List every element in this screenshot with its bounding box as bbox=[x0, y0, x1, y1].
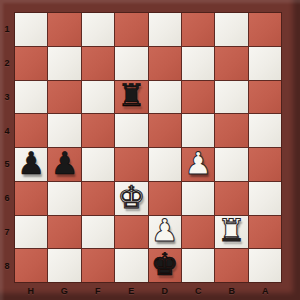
square-c3[interactable] bbox=[182, 81, 214, 114]
rank-label-2: 2 bbox=[0, 46, 14, 80]
square-g4[interactable] bbox=[48, 114, 80, 147]
square-e4[interactable] bbox=[115, 114, 147, 147]
rank-label-1: 1 bbox=[0, 12, 14, 46]
square-f2[interactable] bbox=[82, 47, 114, 80]
square-e2[interactable] bbox=[115, 47, 147, 80]
square-d6[interactable] bbox=[149, 182, 181, 215]
square-h3[interactable] bbox=[15, 81, 47, 114]
square-d7[interactable]: ♟ bbox=[149, 216, 181, 249]
square-a7[interactable] bbox=[249, 216, 281, 249]
white-king-e6: ♚ bbox=[117, 182, 145, 213]
white-rook-b7: ♜ bbox=[218, 215, 246, 246]
square-h8[interactable] bbox=[15, 249, 47, 282]
black-pawn-h5: ♟ bbox=[17, 148, 45, 179]
square-e3[interactable]: ♜ bbox=[115, 81, 147, 114]
file-label-h: H bbox=[14, 283, 48, 299]
square-f3[interactable] bbox=[82, 81, 114, 114]
square-d2[interactable] bbox=[149, 47, 181, 80]
square-f6[interactable] bbox=[82, 182, 114, 215]
white-pawn-c5: ♟ bbox=[184, 148, 212, 179]
square-b1[interactable] bbox=[215, 13, 247, 46]
square-e6[interactable]: ♚ bbox=[115, 182, 147, 215]
black-pawn-g5: ♟ bbox=[51, 148, 79, 179]
square-f5[interactable] bbox=[82, 148, 114, 181]
square-e1[interactable] bbox=[115, 13, 147, 46]
square-c7[interactable] bbox=[182, 216, 214, 249]
file-label-c: C bbox=[182, 283, 216, 299]
square-b5[interactable] bbox=[215, 148, 247, 181]
file-label-d: D bbox=[148, 283, 182, 299]
file-label-e: E bbox=[115, 283, 149, 299]
rank-label-7: 7 bbox=[0, 215, 14, 249]
rank-label-4: 4 bbox=[0, 114, 14, 148]
file-label-a: A bbox=[249, 283, 283, 299]
square-f1[interactable] bbox=[82, 13, 114, 46]
square-e5[interactable] bbox=[115, 148, 147, 181]
square-h4[interactable] bbox=[15, 114, 47, 147]
square-g5[interactable]: ♟ bbox=[48, 148, 80, 181]
rank-label-5: 5 bbox=[0, 148, 14, 182]
black-king-d8: ♚ bbox=[151, 249, 179, 280]
square-d1[interactable] bbox=[149, 13, 181, 46]
square-h1[interactable] bbox=[15, 13, 47, 46]
square-f4[interactable] bbox=[82, 114, 114, 147]
square-g2[interactable] bbox=[48, 47, 80, 80]
file-labels: HGFEDCBA bbox=[14, 283, 282, 299]
square-f8[interactable] bbox=[82, 249, 114, 282]
square-b3[interactable] bbox=[215, 81, 247, 114]
square-a3[interactable] bbox=[249, 81, 281, 114]
square-c6[interactable] bbox=[182, 182, 214, 215]
square-h7[interactable] bbox=[15, 216, 47, 249]
rank-label-8: 8 bbox=[0, 249, 14, 283]
file-label-b: B bbox=[215, 283, 249, 299]
square-a6[interactable] bbox=[249, 182, 281, 215]
square-a1[interactable] bbox=[249, 13, 281, 46]
square-d4[interactable] bbox=[149, 114, 181, 147]
square-b7[interactable]: ♜ bbox=[215, 216, 247, 249]
square-e8[interactable] bbox=[115, 249, 147, 282]
chess-board-frame: 12345678 ♜♟♟♟♚♟♜♚ HGFEDCBA bbox=[0, 0, 300, 300]
white-pawn-d7: ♟ bbox=[151, 215, 179, 246]
square-h5[interactable]: ♟ bbox=[15, 148, 47, 181]
square-f7[interactable] bbox=[82, 216, 114, 249]
square-a5[interactable] bbox=[249, 148, 281, 181]
square-c5[interactable]: ♟ bbox=[182, 148, 214, 181]
square-c4[interactable] bbox=[182, 114, 214, 147]
rank-label-3: 3 bbox=[0, 80, 14, 114]
file-label-g: G bbox=[48, 283, 82, 299]
square-b8[interactable] bbox=[215, 249, 247, 282]
file-label-f: F bbox=[81, 283, 115, 299]
square-c2[interactable] bbox=[182, 47, 214, 80]
square-g8[interactable] bbox=[48, 249, 80, 282]
rank-labels: 12345678 bbox=[0, 12, 14, 283]
square-a2[interactable] bbox=[249, 47, 281, 80]
square-g1[interactable] bbox=[48, 13, 80, 46]
square-h6[interactable] bbox=[15, 182, 47, 215]
square-c1[interactable] bbox=[182, 13, 214, 46]
square-d3[interactable] bbox=[149, 81, 181, 114]
square-b4[interactable] bbox=[215, 114, 247, 147]
square-g6[interactable] bbox=[48, 182, 80, 215]
square-c8[interactable] bbox=[182, 249, 214, 282]
rank-label-6: 6 bbox=[0, 181, 14, 215]
square-b2[interactable] bbox=[215, 47, 247, 80]
black-rook-e3: ♜ bbox=[117, 80, 145, 111]
square-g3[interactable] bbox=[48, 81, 80, 114]
chess-board: ♜♟♟♟♚♟♜♚ bbox=[14, 12, 282, 283]
square-h2[interactable] bbox=[15, 47, 47, 80]
square-d5[interactable] bbox=[149, 148, 181, 181]
square-a8[interactable] bbox=[249, 249, 281, 282]
square-d8[interactable]: ♚ bbox=[149, 249, 181, 282]
square-e7[interactable] bbox=[115, 216, 147, 249]
square-a4[interactable] bbox=[249, 114, 281, 147]
square-g7[interactable] bbox=[48, 216, 80, 249]
square-b6[interactable] bbox=[215, 182, 247, 215]
